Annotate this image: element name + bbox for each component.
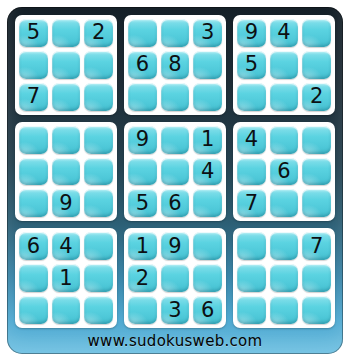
cell-r3-c3[interactable]: [84, 83, 113, 111]
cell-r4-c4[interactable]: 9: [128, 126, 157, 154]
cell-r3-c6[interactable]: [193, 83, 222, 111]
block-3-1: 641: [15, 228, 117, 328]
cell-r5-c4[interactable]: [128, 158, 157, 186]
cell-r3-c5[interactable]: [161, 83, 190, 111]
sudoku-board: 5273689452991456467641192367: [15, 15, 335, 328]
cell-r2-c2[interactable]: [52, 51, 81, 79]
cell-r1-c5[interactable]: [161, 19, 190, 47]
cell-r3-c1[interactable]: 7: [19, 83, 48, 111]
block-2-1: 9: [15, 122, 117, 222]
cell-r3-c2[interactable]: [52, 83, 81, 111]
cell-r8-c3[interactable]: [84, 264, 113, 292]
block-2-3: 467: [233, 122, 335, 222]
cell-r9-c5[interactable]: 3: [161, 296, 190, 324]
cell-r7-c5[interactable]: 9: [161, 232, 190, 260]
site-url: www.sudokusweb.com: [15, 328, 335, 354]
cell-r9-c4[interactable]: [128, 296, 157, 324]
cell-r8-c6[interactable]: [193, 264, 222, 292]
cell-r2-c3[interactable]: [84, 51, 113, 79]
cell-r5-c2[interactable]: [52, 158, 81, 186]
block-1-2: 368: [124, 15, 226, 115]
cell-r2-c1[interactable]: [19, 51, 48, 79]
cell-r9-c7[interactable]: [237, 296, 266, 324]
cell-r9-c1[interactable]: [19, 296, 48, 324]
cell-r5-c1[interactable]: [19, 158, 48, 186]
cell-r9-c9[interactable]: [302, 296, 331, 324]
cell-r5-c5[interactable]: [161, 158, 190, 186]
cell-r5-c7[interactable]: [237, 158, 266, 186]
block-2-2: 91456: [124, 122, 226, 222]
cell-r2-c8[interactable]: [270, 51, 299, 79]
cell-r6-c5[interactable]: 6: [161, 189, 190, 217]
cell-r7-c7[interactable]: [237, 232, 266, 260]
cell-r7-c3[interactable]: [84, 232, 113, 260]
cell-r8-c1[interactable]: [19, 264, 48, 292]
cell-r5-c6[interactable]: 4: [193, 158, 222, 186]
cell-r8-c7[interactable]: [237, 264, 266, 292]
cell-r6-c1[interactable]: [19, 189, 48, 217]
block-1-3: 9452: [233, 15, 335, 115]
cell-r8-c2[interactable]: 1: [52, 264, 81, 292]
cell-r8-c4[interactable]: 2: [128, 264, 157, 292]
cell-r7-c9[interactable]: 7: [302, 232, 331, 260]
cell-r1-c9[interactable]: [302, 19, 331, 47]
cell-r4-c9[interactable]: [302, 126, 331, 154]
cell-r6-c8[interactable]: [270, 189, 299, 217]
cell-r2-c4[interactable]: 6: [128, 51, 157, 79]
cell-r6-c6[interactable]: [193, 189, 222, 217]
cell-r3-c4[interactable]: [128, 83, 157, 111]
block-3-3: 7: [233, 228, 335, 328]
cell-r9-c3[interactable]: [84, 296, 113, 324]
cell-r6-c3[interactable]: [84, 189, 113, 217]
cell-r3-c7[interactable]: [237, 83, 266, 111]
cell-r1-c7[interactable]: 9: [237, 19, 266, 47]
cell-r4-c1[interactable]: [19, 126, 48, 154]
cell-r4-c8[interactable]: [270, 126, 299, 154]
cell-r6-c2[interactable]: 9: [52, 189, 81, 217]
cell-r2-c7[interactable]: 5: [237, 51, 266, 79]
cell-r6-c4[interactable]: 5: [128, 189, 157, 217]
cell-r7-c8[interactable]: [270, 232, 299, 260]
cell-r1-c4[interactable]: [128, 19, 157, 47]
cell-r5-c3[interactable]: [84, 158, 113, 186]
cell-r7-c2[interactable]: 4: [52, 232, 81, 260]
cell-r8-c9[interactable]: [302, 264, 331, 292]
cell-r2-c6[interactable]: [193, 51, 222, 79]
cell-r8-c5[interactable]: [161, 264, 190, 292]
cell-r3-c9[interactable]: 2: [302, 83, 331, 111]
cell-r4-c3[interactable]: [84, 126, 113, 154]
cell-r6-c9[interactable]: [302, 189, 331, 217]
cell-r1-c8[interactable]: 4: [270, 19, 299, 47]
cell-r9-c2[interactable]: [52, 296, 81, 324]
cell-r9-c6[interactable]: 6: [193, 296, 222, 324]
cell-r5-c8[interactable]: 6: [270, 158, 299, 186]
block-3-2: 19236: [124, 228, 226, 328]
cell-r2-c9[interactable]: [302, 51, 331, 79]
cell-r1-c2[interactable]: [52, 19, 81, 47]
cell-r7-c1[interactable]: 6: [19, 232, 48, 260]
cell-r4-c2[interactable]: [52, 126, 81, 154]
cell-r6-c7[interactable]: 7: [237, 189, 266, 217]
block-1-1: 527: [15, 15, 117, 115]
cell-r9-c8[interactable]: [270, 296, 299, 324]
cell-r7-c4[interactable]: 1: [128, 232, 157, 260]
cell-r7-c6[interactable]: [193, 232, 222, 260]
cell-r4-c7[interactable]: 4: [237, 126, 266, 154]
sudoku-frame: 5273689452991456467641192367 www.sudokus…: [7, 7, 343, 354]
cell-r4-c6[interactable]: 1: [193, 126, 222, 154]
cell-r1-c1[interactable]: 5: [19, 19, 48, 47]
cell-r5-c9[interactable]: [302, 158, 331, 186]
cell-r2-c5[interactable]: 8: [161, 51, 190, 79]
cell-r1-c6[interactable]: 3: [193, 19, 222, 47]
cell-r1-c3[interactable]: 2: [84, 19, 113, 47]
cell-r8-c8[interactable]: [270, 264, 299, 292]
cell-r4-c5[interactable]: [161, 126, 190, 154]
cell-r3-c8[interactable]: [270, 83, 299, 111]
